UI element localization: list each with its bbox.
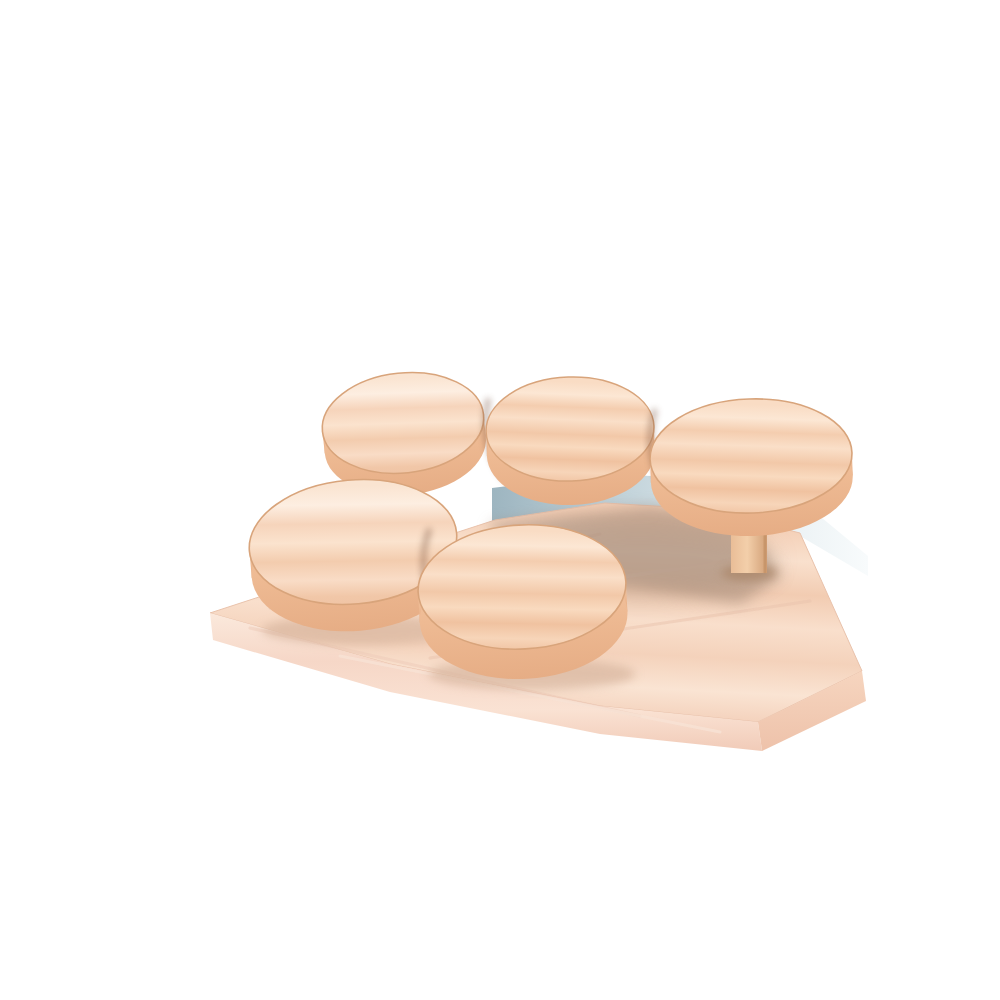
wooden-stand-photo-svg bbox=[40, 16, 1000, 1000]
product-photo: Product photo on a white background: a n… bbox=[40, 16, 1000, 1000]
wood-disc-back-middle bbox=[484, 374, 657, 508]
